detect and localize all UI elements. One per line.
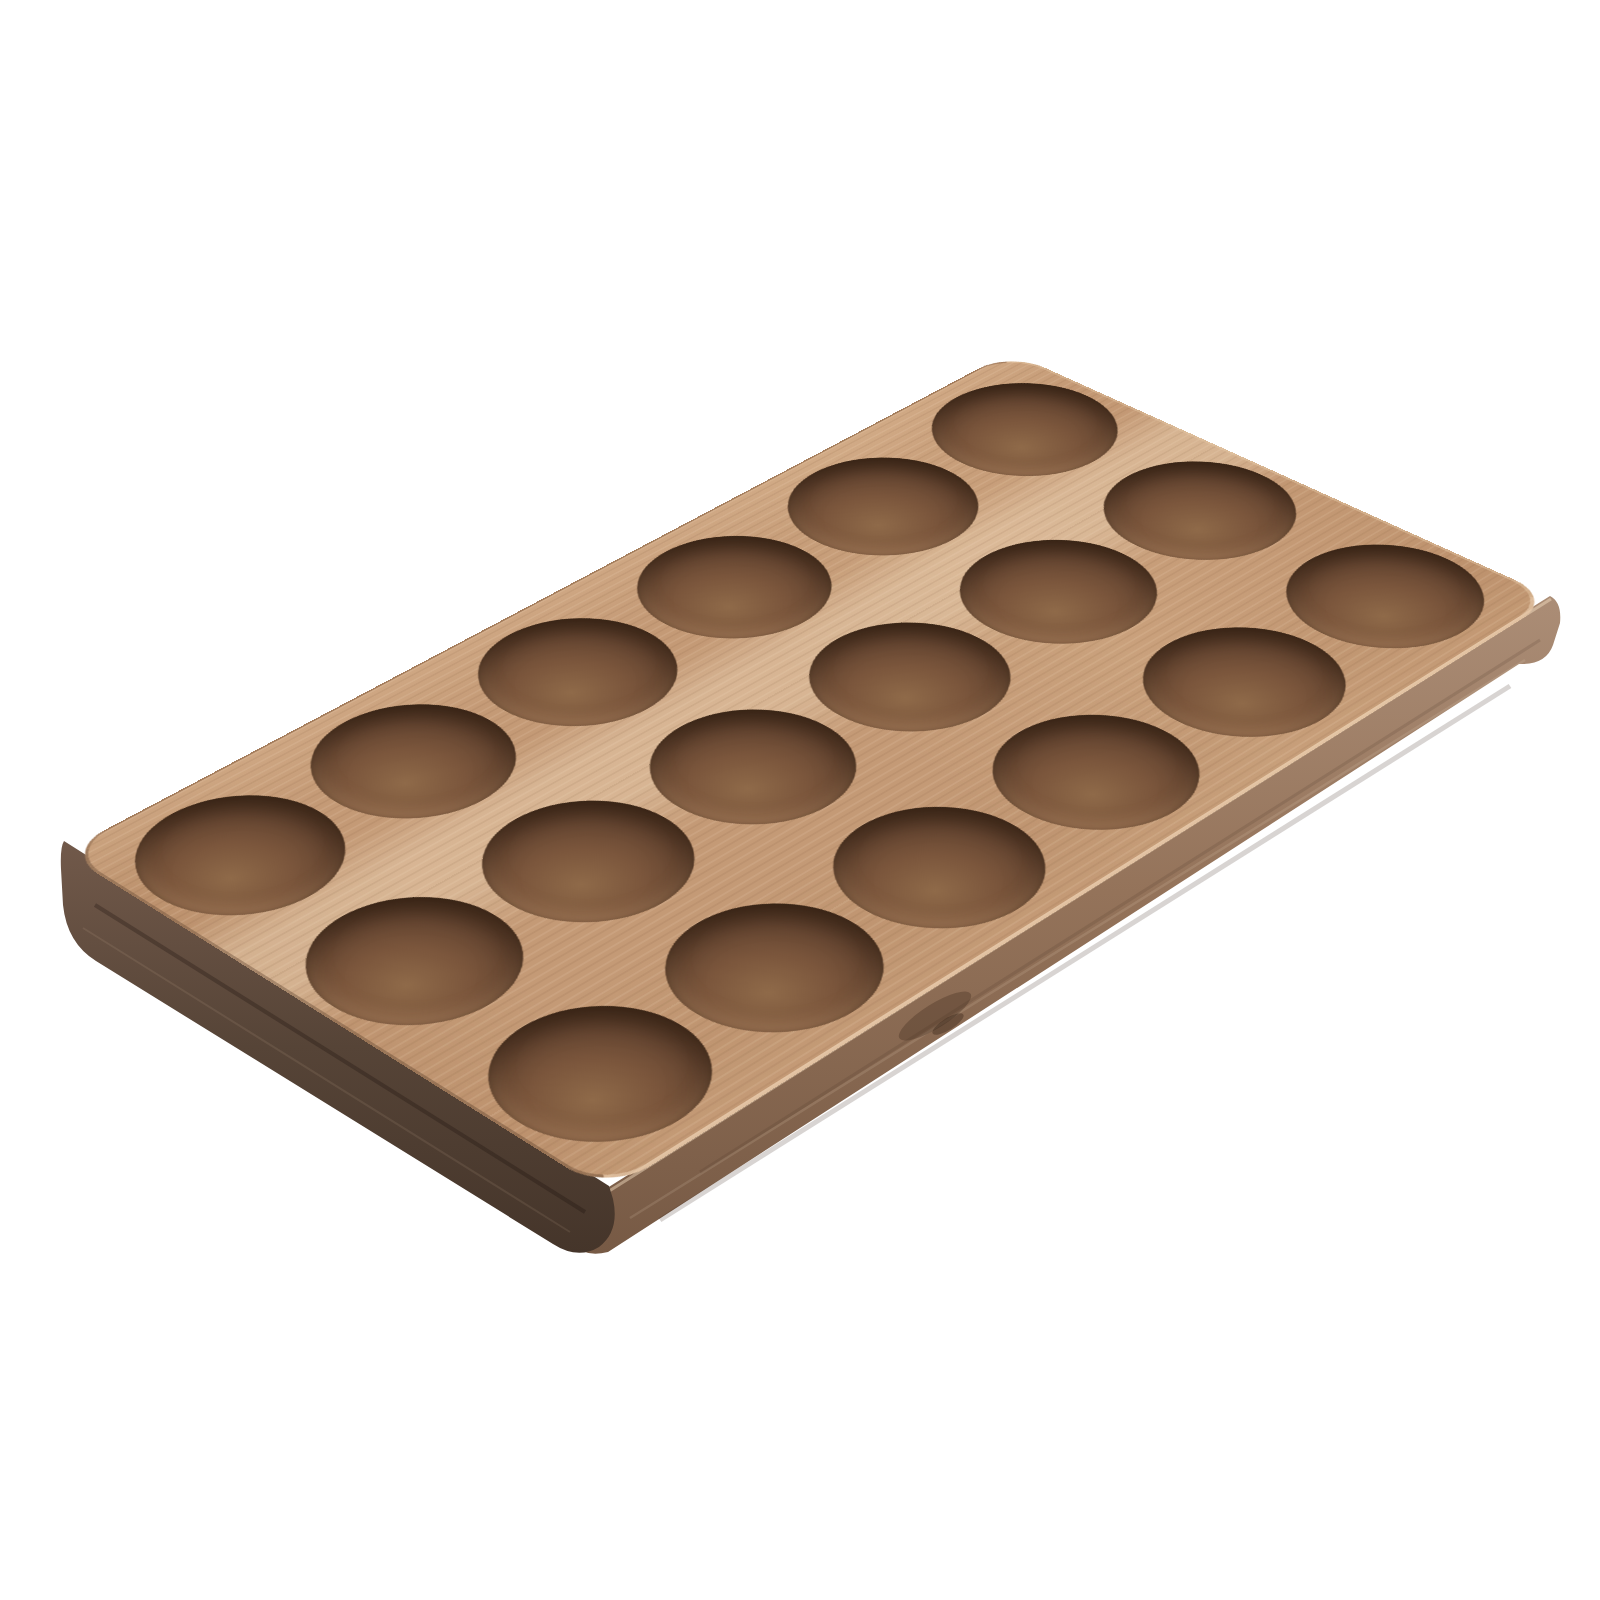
product-photo-scene [0,0,1600,1600]
